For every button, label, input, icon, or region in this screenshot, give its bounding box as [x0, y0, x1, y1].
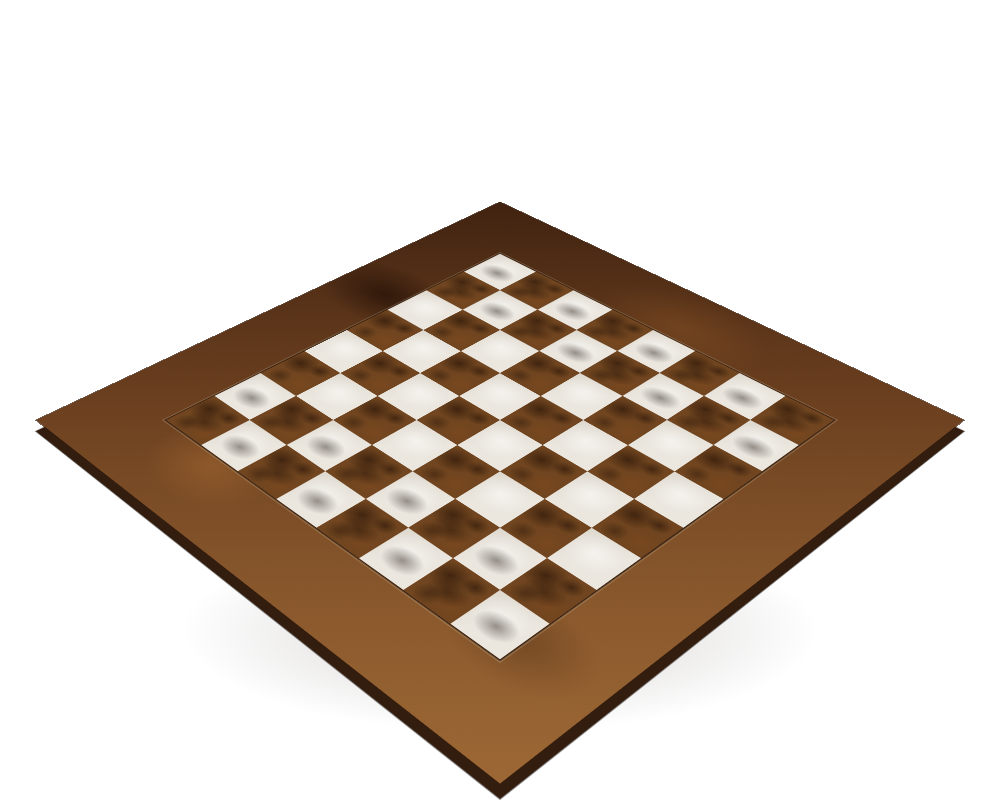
square-h7[interactable]: ♟	[713, 420, 798, 471]
chess-set-scene: ♜♞♝♛♚♝♞♜♟♟♟♟♟♟♟♟♟♟♟♟♟♟♟♟♜♞♝♛♚♝♞♜	[0, 0, 1000, 800]
board-grid: ♜♞♝♛♚♝♞♜♟♟♟♟♟♟♟♟♟♟♟♟♟♟♟♟♜♞♝♛♚♝♞♜	[166, 254, 834, 659]
square-h1[interactable]: ♜	[450, 590, 549, 659]
black-pawn-glyph: ♟	[682, 388, 829, 444]
white-rook-glyph: ♜	[415, 546, 586, 622]
